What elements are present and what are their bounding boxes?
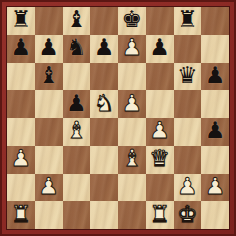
- piece-white-bishop-c4[interactable]: ♝: [66, 119, 87, 142]
- square-e1[interactable]: [118, 201, 146, 229]
- square-d2[interactable]: [90, 174, 118, 202]
- square-b6[interactable]: ♝: [35, 63, 63, 91]
- square-f3[interactable]: ♛: [146, 146, 174, 174]
- square-d7[interactable]: ♟: [90, 35, 118, 63]
- piece-black-pawn-d7[interactable]: ♟: [94, 36, 115, 59]
- square-h2[interactable]: ♟: [201, 174, 229, 202]
- square-c1[interactable]: [63, 201, 91, 229]
- square-d8[interactable]: [90, 7, 118, 35]
- square-e2[interactable]: [118, 174, 146, 202]
- square-h5[interactable]: [201, 90, 229, 118]
- piece-white-pawn-h2[interactable]: ♟: [205, 175, 226, 198]
- square-g8[interactable]: ♜: [174, 7, 202, 35]
- square-d3[interactable]: [90, 146, 118, 174]
- piece-white-pawn-a3[interactable]: ♟: [11, 147, 32, 170]
- square-d6[interactable]: [90, 63, 118, 91]
- square-b7[interactable]: ♟: [35, 35, 63, 63]
- piece-white-rook-f1[interactable]: ♜: [149, 203, 170, 226]
- square-h3[interactable]: [201, 146, 229, 174]
- piece-black-king-e8[interactable]: ♚: [122, 8, 143, 31]
- piece-black-queen-g6[interactable]: ♛: [177, 64, 198, 87]
- square-c7[interactable]: ♞: [63, 35, 91, 63]
- square-e6[interactable]: [118, 63, 146, 91]
- square-f4[interactable]: ♟: [146, 118, 174, 146]
- square-h8[interactable]: [201, 7, 229, 35]
- square-g3[interactable]: [174, 146, 202, 174]
- piece-white-pawn-g2[interactable]: ♟: [177, 175, 198, 198]
- square-h1[interactable]: [201, 201, 229, 229]
- chess-board[interactable]: ♜♝♚♜♟♟♞♟♟♟♝♛♟♟♞♟♝♟♟♟♝♛♟♟♟♜♜♚: [7, 7, 229, 229]
- square-b4[interactable]: [35, 118, 63, 146]
- square-h7[interactable]: [201, 35, 229, 63]
- piece-white-pawn-b2[interactable]: ♟: [38, 175, 59, 198]
- piece-white-knight-d5[interactable]: ♞: [94, 92, 115, 115]
- square-e4[interactable]: [118, 118, 146, 146]
- square-f7[interactable]: ♟: [146, 35, 174, 63]
- square-g1[interactable]: ♚: [174, 201, 202, 229]
- square-e3[interactable]: ♝: [118, 146, 146, 174]
- square-a5[interactable]: [7, 90, 35, 118]
- square-e7[interactable]: ♟: [118, 35, 146, 63]
- piece-black-pawn-h4[interactable]: ♟: [205, 119, 226, 142]
- square-g6[interactable]: ♛: [174, 63, 202, 91]
- square-b2[interactable]: ♟: [35, 174, 63, 202]
- square-f2[interactable]: [146, 174, 174, 202]
- square-f8[interactable]: [146, 7, 174, 35]
- square-a4[interactable]: [7, 118, 35, 146]
- square-a8[interactable]: ♜: [7, 7, 35, 35]
- piece-white-bishop-e3[interactable]: ♝: [122, 147, 143, 170]
- piece-white-king-g1[interactable]: ♚: [177, 203, 198, 226]
- square-a6[interactable]: [7, 63, 35, 91]
- piece-black-bishop-b6[interactable]: ♝: [38, 64, 59, 87]
- square-b8[interactable]: [35, 7, 63, 35]
- square-c5[interactable]: ♟: [63, 90, 91, 118]
- square-d4[interactable]: [90, 118, 118, 146]
- square-b1[interactable]: [35, 201, 63, 229]
- square-a3[interactable]: ♟: [7, 146, 35, 174]
- piece-black-knight-c7[interactable]: ♞: [66, 36, 87, 59]
- piece-black-pawn-f7[interactable]: ♟: [149, 36, 170, 59]
- square-e8[interactable]: ♚: [118, 7, 146, 35]
- piece-white-pawn-f4[interactable]: ♟: [149, 119, 170, 142]
- square-g4[interactable]: [174, 118, 202, 146]
- square-h6[interactable]: ♟: [201, 63, 229, 91]
- square-c6[interactable]: [63, 63, 91, 91]
- square-a2[interactable]: [7, 174, 35, 202]
- piece-white-pawn-e7[interactable]: ♟: [122, 36, 143, 59]
- square-c2[interactable]: [63, 174, 91, 202]
- chess-app-window: ♜♝♚♜♟♟♞♟♟♟♝♛♟♟♞♟♝♟♟♟♝♛♟♟♟♜♜♚: [0, 0, 236, 236]
- square-c3[interactable]: [63, 146, 91, 174]
- piece-black-rook-g8[interactable]: ♜: [177, 8, 198, 31]
- square-d1[interactable]: [90, 201, 118, 229]
- square-d5[interactable]: ♞: [90, 90, 118, 118]
- square-a7[interactable]: ♟: [7, 35, 35, 63]
- piece-black-bishop-c8[interactable]: ♝: [66, 8, 87, 31]
- piece-white-pawn-e5[interactable]: ♟: [122, 92, 143, 115]
- piece-black-pawn-a7[interactable]: ♟: [11, 36, 32, 59]
- piece-white-queen-f3[interactable]: ♛: [149, 147, 170, 170]
- piece-black-rook-a8[interactable]: ♜: [11, 8, 32, 31]
- piece-white-rook-a1[interactable]: ♜: [11, 203, 32, 226]
- square-e5[interactable]: ♟: [118, 90, 146, 118]
- square-g5[interactable]: [174, 90, 202, 118]
- square-f1[interactable]: ♜: [146, 201, 174, 229]
- piece-black-pawn-h6[interactable]: ♟: [205, 64, 226, 87]
- square-g2[interactable]: ♟: [174, 174, 202, 202]
- board-frame: ♜♝♚♜♟♟♞♟♟♟♝♛♟♟♞♟♝♟♟♟♝♛♟♟♟♜♜♚: [0, 0, 236, 236]
- square-c8[interactable]: ♝: [63, 7, 91, 35]
- piece-black-pawn-c5[interactable]: ♟: [66, 92, 87, 115]
- square-c4[interactable]: ♝: [63, 118, 91, 146]
- square-f5[interactable]: [146, 90, 174, 118]
- piece-black-pawn-b7[interactable]: ♟: [38, 36, 59, 59]
- square-b5[interactable]: [35, 90, 63, 118]
- square-h4[interactable]: ♟: [201, 118, 229, 146]
- square-f6[interactable]: [146, 63, 174, 91]
- square-b3[interactable]: [35, 146, 63, 174]
- square-g7[interactable]: [174, 35, 202, 63]
- square-a1[interactable]: ♜: [7, 201, 35, 229]
